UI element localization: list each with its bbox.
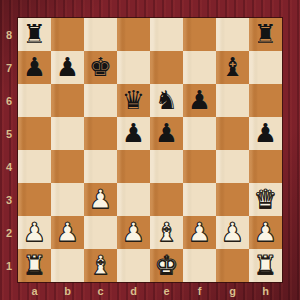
square-c6[interactable] [84,84,117,117]
rank-label-5: 5 [0,117,18,150]
square-b8[interactable] [51,18,84,51]
black-bishop: ♝ [216,51,249,84]
black-queen: ♛ [117,84,150,117]
square-d6[interactable]: ♛ [117,84,150,117]
white-rook: ♜ [18,249,51,282]
black-pawn: ♟ [249,117,282,150]
square-a8[interactable]: ♜ [18,18,51,51]
file-label-f: f [183,282,216,300]
black-rook: ♜ [249,18,282,51]
black-pawn: ♟ [183,84,216,117]
square-h2[interactable]: ♟ [249,216,282,249]
white-bishop: ♝ [150,216,183,249]
square-e1[interactable]: ♚ [150,249,183,282]
square-g6[interactable] [216,84,249,117]
square-g3[interactable] [216,183,249,216]
black-pawn: ♟ [150,117,183,150]
white-pawn: ♟ [249,216,282,249]
square-c1[interactable]: ♝ [84,249,117,282]
square-g2[interactable]: ♟ [216,216,249,249]
file-label-b: b [51,282,84,300]
rank-label-8: 8 [0,18,18,51]
square-e8[interactable] [150,18,183,51]
white-pawn: ♟ [18,216,51,249]
square-h7[interactable] [249,51,282,84]
white-pawn: ♟ [84,183,117,216]
square-e3[interactable] [150,183,183,216]
square-e4[interactable] [150,150,183,183]
square-h4[interactable] [249,150,282,183]
white-pawn: ♟ [117,216,150,249]
white-king: ♚ [150,249,183,282]
square-g8[interactable] [216,18,249,51]
square-c5[interactable] [84,117,117,150]
square-h6[interactable] [249,84,282,117]
white-queen: ♛ [249,183,282,216]
board: ♜♜♟♟♚♝♛♞♟♟♟♟♟♛♟♟♟♝♟♟♟♜♝♚♜ [18,18,282,282]
rank-label-4: 4 [0,150,18,183]
square-d3[interactable] [117,183,150,216]
rank-label-7: 7 [0,51,18,84]
square-g5[interactable] [216,117,249,150]
square-f3[interactable] [183,183,216,216]
file-label-c: c [84,282,117,300]
square-b2[interactable]: ♟ [51,216,84,249]
black-king: ♚ [84,51,117,84]
white-pawn: ♟ [51,216,84,249]
square-a7[interactable]: ♟ [18,51,51,84]
square-f2[interactable]: ♟ [183,216,216,249]
black-pawn: ♟ [117,117,150,150]
square-c4[interactable] [84,150,117,183]
square-g7[interactable]: ♝ [216,51,249,84]
square-d8[interactable] [117,18,150,51]
square-b1[interactable] [51,249,84,282]
square-a4[interactable] [18,150,51,183]
white-pawn: ♟ [183,216,216,249]
square-h8[interactable]: ♜ [249,18,282,51]
square-a2[interactable]: ♟ [18,216,51,249]
square-h3[interactable]: ♛ [249,183,282,216]
square-c3[interactable]: ♟ [84,183,117,216]
square-c2[interactable] [84,216,117,249]
file-label-a: a [18,282,51,300]
square-e5[interactable]: ♟ [150,117,183,150]
square-f8[interactable] [183,18,216,51]
square-h5[interactable]: ♟ [249,117,282,150]
square-h1[interactable]: ♜ [249,249,282,282]
rank-label-6: 6 [0,84,18,117]
square-a6[interactable] [18,84,51,117]
rank-labels: 87654321 [0,18,18,282]
black-pawn: ♟ [51,51,84,84]
white-bishop: ♝ [84,249,117,282]
square-g4[interactable] [216,150,249,183]
rank-label-1: 1 [0,249,18,282]
white-pawn: ♟ [216,216,249,249]
square-c7[interactable]: ♚ [84,51,117,84]
square-b6[interactable] [51,84,84,117]
square-g1[interactable] [216,249,249,282]
square-a3[interactable] [18,183,51,216]
square-d5[interactable]: ♟ [117,117,150,150]
square-d4[interactable] [117,150,150,183]
square-e2[interactable]: ♝ [150,216,183,249]
square-b5[interactable] [51,117,84,150]
square-b7[interactable]: ♟ [51,51,84,84]
square-a1[interactable]: ♜ [18,249,51,282]
square-f5[interactable] [183,117,216,150]
black-knight: ♞ [150,84,183,117]
square-f4[interactable] [183,150,216,183]
white-rook: ♜ [249,249,282,282]
square-d2[interactable]: ♟ [117,216,150,249]
file-label-d: d [117,282,150,300]
square-e7[interactable] [150,51,183,84]
square-d1[interactable] [117,249,150,282]
square-f1[interactable] [183,249,216,282]
black-pawn: ♟ [18,51,51,84]
black-rook: ♜ [18,18,51,51]
square-b3[interactable] [51,183,84,216]
square-f7[interactable] [183,51,216,84]
square-a5[interactable] [18,117,51,150]
square-d7[interactable] [117,51,150,84]
file-labels: abcdefgh [18,282,282,300]
rank-label-3: 3 [0,183,18,216]
rank-label-2: 2 [0,216,18,249]
square-e6[interactable]: ♞ [150,84,183,117]
square-f6[interactable]: ♟ [183,84,216,117]
square-b4[interactable] [51,150,84,183]
file-label-h: h [249,282,282,300]
square-c8[interactable] [84,18,117,51]
file-label-g: g [216,282,249,300]
chess-board-frame: 87654321 ♜♜♟♟♚♝♛♞♟♟♟♟♟♛♟♟♟♝♟♟♟♜♝♚♜ abcde… [0,0,300,300]
file-label-e: e [150,282,183,300]
